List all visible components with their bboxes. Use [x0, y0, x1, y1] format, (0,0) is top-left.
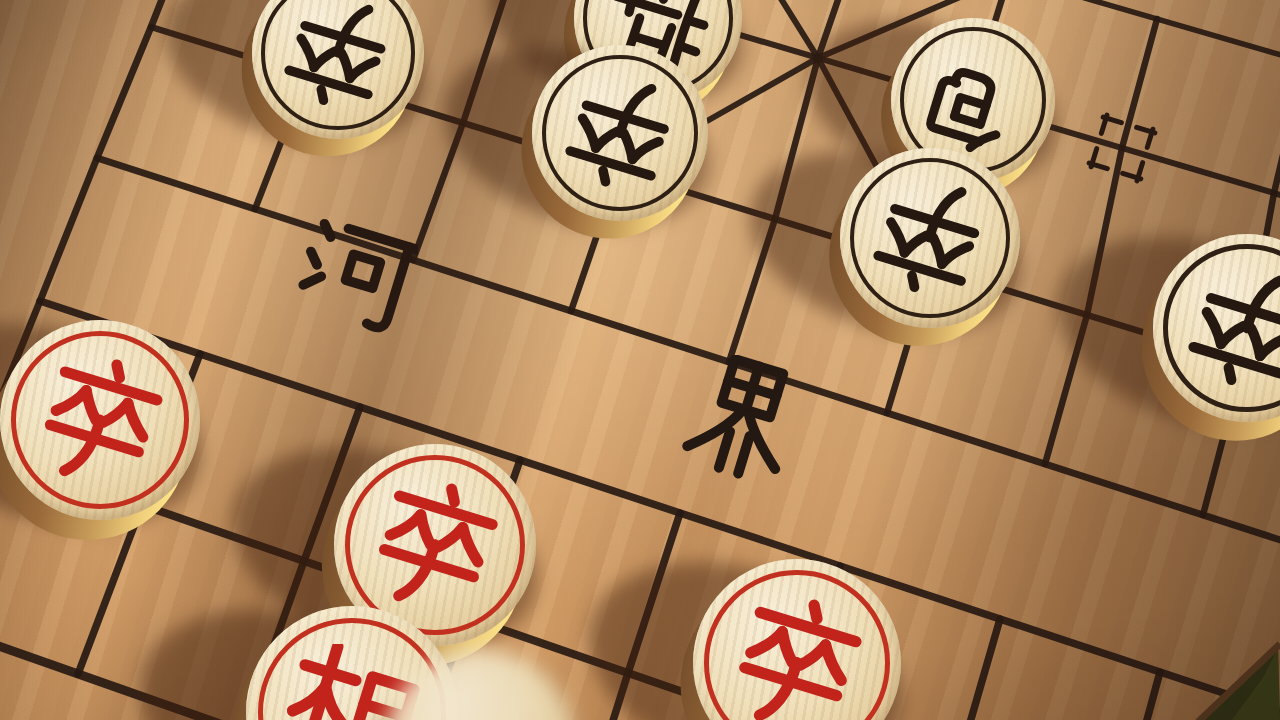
piece-character-卒	[730, 596, 863, 720]
piece-black-soldier-1[interactable]	[252, 0, 424, 139]
piece-black-soldier-3[interactable]	[840, 148, 1020, 328]
piece-character-卒	[283, 0, 393, 108]
wood-grain	[385, 650, 575, 720]
piece-character-包	[921, 48, 1026, 153]
grid-line	[903, 619, 1000, 720]
xiangqi-board-scene	[0, 0, 1280, 720]
piece-character-卒	[370, 480, 499, 609]
piece-character-卒	[36, 356, 164, 484]
piece-black-soldier-4[interactable]	[1153, 234, 1280, 422]
piece-blurred-piece[interactable]	[385, 650, 575, 720]
piece-red-soldier-1[interactable]	[0, 320, 200, 520]
piece-character-卒	[872, 180, 987, 295]
grid-line	[1068, 672, 1160, 720]
piece-character-卒	[1187, 268, 1280, 388]
piece-top-face	[385, 650, 575, 720]
piece-red-soldier-3[interactable]	[693, 559, 901, 720]
piece-character-卒	[564, 77, 677, 190]
piece-top-face	[840, 148, 1020, 328]
piece-top-face	[532, 45, 708, 221]
piece-black-soldier-2[interactable]	[532, 45, 708, 221]
piece-top-face	[0, 320, 200, 520]
